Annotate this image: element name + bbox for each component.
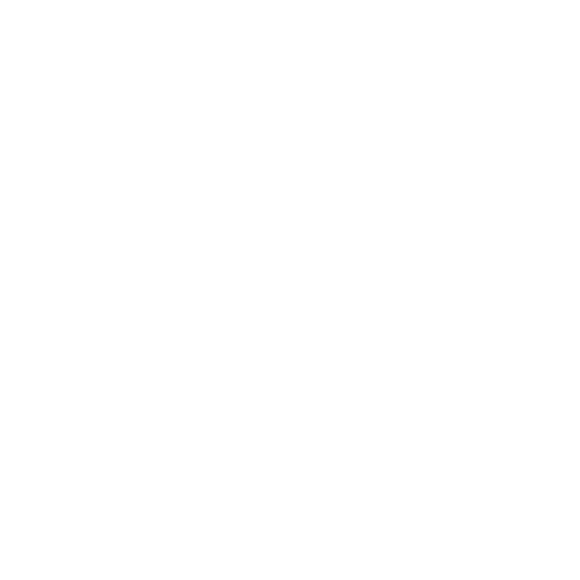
- go-board[interactable]: [0, 0, 580, 580]
